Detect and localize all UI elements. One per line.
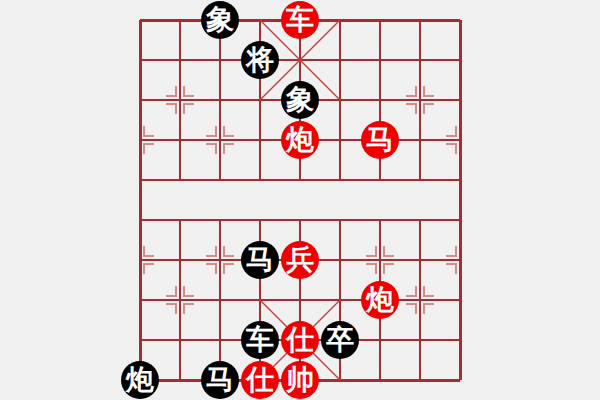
red-cannon[interactable]: 炮 <box>281 121 319 159</box>
black-horse[interactable]: 马 <box>201 361 239 399</box>
red-soldier[interactable]: 兵 <box>281 241 319 279</box>
red-horse[interactable]: 马 <box>361 121 399 159</box>
black-chariot[interactable]: 车 <box>241 321 279 359</box>
pieces-layer[interactable]: 象车将象炮马马兵炮车仕卒炮马仕帅 <box>120 0 480 400</box>
black-cannon[interactable]: 炮 <box>121 361 159 399</box>
red-chariot[interactable]: 车 <box>281 1 319 39</box>
black-elephant[interactable]: 象 <box>281 81 319 119</box>
black-elephant[interactable]: 象 <box>201 1 239 39</box>
xiangqi-diagram: 象车将象炮马马兵炮车仕卒炮马仕帅 <box>0 0 600 400</box>
black-general[interactable]: 将 <box>241 41 279 79</box>
black-horse[interactable]: 马 <box>241 241 279 279</box>
red-advisor[interactable]: 仕 <box>281 321 319 359</box>
red-general[interactable]: 帅 <box>281 361 319 399</box>
black-soldier[interactable]: 卒 <box>321 321 359 359</box>
red-cannon[interactable]: 炮 <box>361 281 399 319</box>
red-advisor[interactable]: 仕 <box>241 361 279 399</box>
